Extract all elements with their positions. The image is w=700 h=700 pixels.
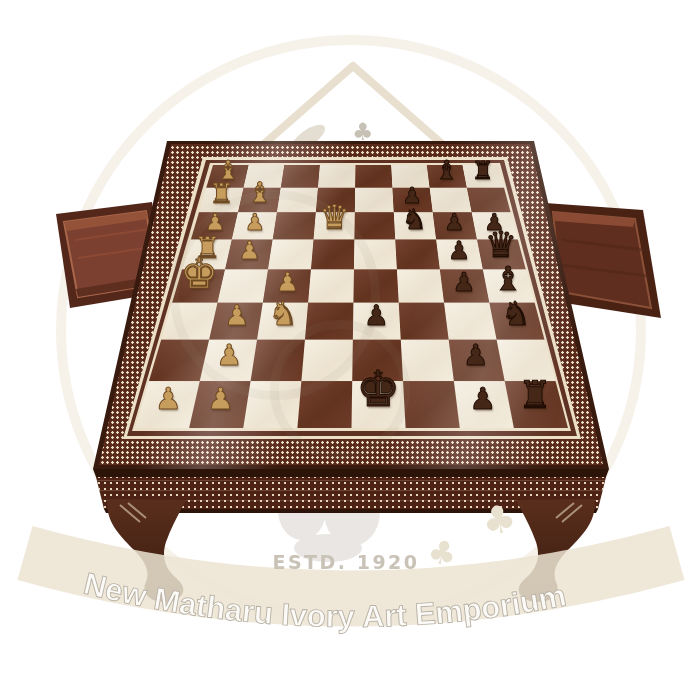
piece-white-pawn: ♟	[216, 341, 242, 370]
pieces-layer: ♝♝♜♜♝♟♟♟♛♞♟♟♜♟♟♛♚♟♟♝♟♞♟♞♟♟♟♟♚♟♜	[0, 0, 700, 700]
piece-black-pawn: ♟	[448, 238, 470, 263]
piece-black-king: ♚	[356, 365, 400, 414]
piece-black-rook: ♜	[518, 376, 552, 414]
piece-black-bishop: ♝	[493, 262, 523, 295]
watermark-estd-text: ESTD. 1920	[238, 551, 454, 573]
piece-white-queen: ♛	[319, 200, 349, 234]
piece-white-pawn: ♟	[205, 211, 226, 234]
piece-white-bishop: ♝	[247, 179, 272, 207]
piece-white-pawn: ♟	[276, 269, 299, 295]
piece-black-queen: ♛	[485, 227, 517, 263]
piece-white-rook: ♜	[194, 233, 221, 263]
piece-black-pawn: ♟	[444, 211, 465, 234]
piece-black-pawn: ♟	[484, 211, 505, 234]
piece-white-pawn: ♟	[224, 302, 249, 330]
piece-white-pawn: ♟	[155, 384, 182, 414]
piece-white-bishop: ♝	[216, 157, 239, 183]
piece-white-pawn: ♟	[238, 238, 260, 263]
product-photo-chess-table: ♝♝♜♜♝♟♟♟♛♞♟♟♜♟♟♛♚♟♟♝♟♞♟♞♟♟♟♟♚♟♜ New Math…	[0, 0, 700, 700]
piece-black-pawn: ♟	[469, 384, 496, 414]
piece-black-rook: ♜	[471, 158, 493, 183]
piece-black-bishop: ♝	[435, 157, 458, 183]
piece-black-pawn: ♟	[402, 185, 422, 207]
piece-white-pawn: ♟	[207, 384, 234, 414]
piece-black-pawn: ♟	[364, 302, 389, 330]
club-motif-icon: ♣	[352, 118, 374, 146]
piece-black-knight: ♞	[501, 297, 531, 330]
piece-white-knight: ♞	[269, 297, 299, 330]
piece-black-pawn: ♟	[452, 269, 475, 295]
piece-white-king: ♚	[180, 253, 218, 295]
piece-white-rook: ♜	[210, 180, 234, 207]
piece-white-pawn: ♟	[245, 211, 266, 234]
piece-black-pawn: ♟	[463, 341, 489, 370]
piece-black-knight: ♞	[402, 206, 427, 234]
